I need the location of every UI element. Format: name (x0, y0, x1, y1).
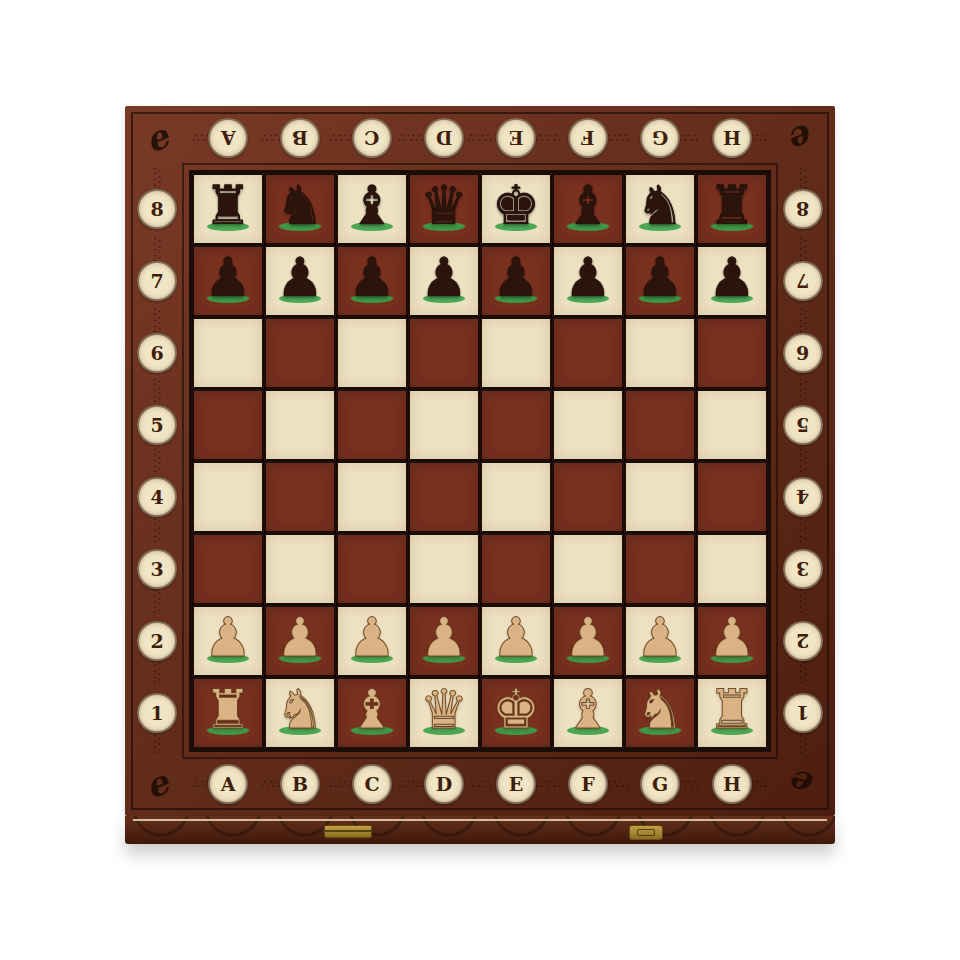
square-a7[interactable]: ♟ (192, 245, 264, 317)
square-a4[interactable] (192, 461, 264, 533)
square-g6[interactable] (624, 317, 696, 389)
file-label-g: G (624, 106, 696, 170)
rank-medallion: 7 (783, 261, 823, 301)
rank-label-7: 7 (771, 245, 835, 317)
file-medallion: C (352, 764, 392, 804)
rank-label-1: 1 (771, 677, 835, 749)
square-e8[interactable]: ♚ (480, 173, 552, 245)
square-a1[interactable]: ♜ (192, 677, 264, 749)
rank-medallion: 2 (137, 621, 177, 661)
square-c5[interactable] (336, 389, 408, 461)
file-labels-front: ∴∵∴∴∵∴∴∵∴∴∵∴∴∵∴∴∵∴∴∵∴∴∵∴∴∵∴ ABCDEFGH (192, 752, 768, 816)
white-pawn[interactable]: ♟ (564, 611, 612, 665)
square-e1[interactable]: ♚ (480, 677, 552, 749)
square-b6[interactable] (264, 317, 336, 389)
file-label-f: F (552, 752, 624, 816)
square-d5[interactable] (408, 389, 480, 461)
corner-ornament-icon: e (771, 106, 835, 170)
file-label-d: D (408, 752, 480, 816)
file-label-g: G (624, 752, 696, 816)
white-knight[interactable]: ♞ (276, 683, 324, 737)
square-a8[interactable]: ♜ (192, 173, 264, 245)
file-label-h: H (696, 106, 768, 170)
square-f2[interactable]: ♟ (552, 605, 624, 677)
rank-medallion: 3 (137, 549, 177, 589)
rank-medallion: 6 (137, 333, 177, 373)
square-a3[interactable] (192, 533, 264, 605)
black-pawn[interactable]: ♟ (708, 251, 756, 305)
square-d6[interactable] (408, 317, 480, 389)
board-grid: ♜♞♝♛♚♝♞♜♟♟♟♟♟♟♟♟♟♟♟♟♟♟♟♟♜♞♝♛♚♝♞♜ (189, 170, 771, 752)
file-labels-back: ∴∵∴∴∵∴∴∵∴∴∵∴∴∵∴∴∵∴∴∵∴∴∵∴∴∵∴ ABCDEFGH (192, 106, 768, 170)
brass-hinge-icon (324, 825, 372, 838)
rank-labels-left: ∴∵∴∴∵∴∴∵∴∴∵∴∴∵∴∴∵∴∴∵∴∴∵∴∴∵∴ 87654321 (125, 173, 189, 749)
black-pawn[interactable]: ♟ (276, 251, 324, 305)
square-h6[interactable] (696, 317, 768, 389)
square-h7[interactable]: ♟ (696, 245, 768, 317)
square-g3[interactable] (624, 533, 696, 605)
file-labels-front-cells: ABCDEFGH (192, 752, 768, 816)
square-g8[interactable]: ♞ (624, 173, 696, 245)
square-c2[interactable]: ♟ (336, 605, 408, 677)
square-e7[interactable]: ♟ (480, 245, 552, 317)
corner-ornament-icon: e (771, 752, 835, 816)
square-a2[interactable]: ♟ (192, 605, 264, 677)
white-pawn[interactable]: ♟ (708, 611, 756, 665)
file-medallion: D (424, 764, 464, 804)
white-king[interactable]: ♚ (492, 683, 540, 737)
file-medallion: F (568, 764, 608, 804)
rank-label-3: 3 (125, 533, 189, 605)
file-label-e: E (480, 752, 552, 816)
file-medallion: G (640, 118, 680, 158)
rank-medallion: 5 (783, 405, 823, 445)
square-h3[interactable] (696, 533, 768, 605)
white-rook[interactable]: ♜ (708, 683, 756, 737)
square-g2[interactable]: ♟ (624, 605, 696, 677)
rank-label-8: 8 (771, 173, 835, 245)
square-d1[interactable]: ♛ (408, 677, 480, 749)
black-knight[interactable]: ♞ (276, 179, 324, 233)
square-a6[interactable] (192, 317, 264, 389)
board-front-edge (125, 816, 835, 844)
black-queen[interactable]: ♛ (420, 179, 468, 233)
square-h5[interactable] (696, 389, 768, 461)
file-medallion: G (640, 764, 680, 804)
rank-medallion: 8 (783, 189, 823, 229)
white-pawn[interactable]: ♟ (348, 611, 396, 665)
file-medallion: H (712, 764, 752, 804)
edge-inlay-line (133, 819, 827, 821)
square-d3[interactable] (408, 533, 480, 605)
file-label-e: E (480, 106, 552, 170)
rank-labels-left-cells: 87654321 (125, 173, 189, 749)
square-b3[interactable] (264, 533, 336, 605)
square-e2[interactable]: ♟ (480, 605, 552, 677)
black-rook[interactable]: ♜ (708, 179, 756, 233)
rank-label-4: 4 (125, 461, 189, 533)
square-c1[interactable]: ♝ (336, 677, 408, 749)
file-labels-back-cells: ABCDEFGH (192, 106, 768, 170)
rank-medallion: 4 (137, 477, 177, 517)
file-medallion: F (568, 118, 608, 158)
square-e5[interactable] (480, 389, 552, 461)
file-medallion: C (352, 118, 392, 158)
file-medallion: A (208, 118, 248, 158)
rank-label-6: 6 (771, 317, 835, 389)
file-medallion: B (280, 118, 320, 158)
black-pawn[interactable]: ♟ (348, 251, 396, 305)
white-knight[interactable]: ♞ (636, 683, 684, 737)
rank-label-7: 7 (125, 245, 189, 317)
black-pawn[interactable]: ♟ (636, 251, 684, 305)
rank-label-2: 2 (771, 605, 835, 677)
rank-medallion: 6 (783, 333, 823, 373)
rank-label-1: 1 (125, 677, 189, 749)
rank-label-2: 2 (125, 605, 189, 677)
square-f7[interactable]: ♟ (552, 245, 624, 317)
file-label-d: D (408, 106, 480, 170)
file-medallion: D (424, 118, 464, 158)
square-g5[interactable] (624, 389, 696, 461)
file-medallion: E (496, 118, 536, 158)
square-d7[interactable]: ♟ (408, 245, 480, 317)
file-label-c: C (336, 106, 408, 170)
black-bishop[interactable]: ♝ (348, 179, 396, 233)
square-b2[interactable]: ♟ (264, 605, 336, 677)
rank-label-8: 8 (125, 173, 189, 245)
corner-ornament-icon: e (125, 752, 189, 816)
square-g1[interactable]: ♞ (624, 677, 696, 749)
square-b4[interactable] (264, 461, 336, 533)
rank-medallion: 3 (783, 549, 823, 589)
rank-label-3: 3 (771, 533, 835, 605)
square-c6[interactable] (336, 317, 408, 389)
square-d8[interactable]: ♛ (408, 173, 480, 245)
square-h2[interactable]: ♟ (696, 605, 768, 677)
square-c3[interactable] (336, 533, 408, 605)
square-h1[interactable]: ♜ (696, 677, 768, 749)
square-f3[interactable] (552, 533, 624, 605)
file-medallion: H (712, 118, 752, 158)
square-f5[interactable] (552, 389, 624, 461)
square-e6[interactable] (480, 317, 552, 389)
white-pawn[interactable]: ♟ (492, 611, 540, 665)
rank-labels-right: ∴∵∴∴∵∴∴∵∴∴∵∴∴∵∴∴∵∴∴∵∴∴∵∴∴∵∴ 87654321 (771, 173, 835, 749)
chess-board: ∴∵∴∴∵∴∴∵∴∴∵∴∴∵∴∴∵∴∴∵∴∴∵∴∴∵∴ ABCDEFGH ∴∵∴… (125, 106, 835, 816)
white-pawn[interactable]: ♟ (636, 611, 684, 665)
rank-medallion: 1 (783, 693, 823, 733)
square-c4[interactable] (336, 461, 408, 533)
file-label-a: A (192, 752, 264, 816)
white-pawn[interactable]: ♟ (204, 611, 252, 665)
square-h8[interactable]: ♜ (696, 173, 768, 245)
rank-medallion: 2 (783, 621, 823, 661)
square-f1[interactable]: ♝ (552, 677, 624, 749)
black-rook[interactable]: ♜ (204, 179, 252, 233)
corner-ornament-icon: e (125, 106, 189, 170)
black-pawn[interactable]: ♟ (204, 251, 252, 305)
square-f6[interactable] (552, 317, 624, 389)
rank-label-5: 5 (125, 389, 189, 461)
white-pawn[interactable]: ♟ (276, 611, 324, 665)
square-d2[interactable]: ♟ (408, 605, 480, 677)
file-medallion: E (496, 764, 536, 804)
brass-clasp-icon (629, 825, 663, 840)
rank-medallion: 5 (137, 405, 177, 445)
square-b7[interactable]: ♟ (264, 245, 336, 317)
white-queen[interactable]: ♛ (420, 683, 468, 737)
black-king[interactable]: ♚ (492, 179, 540, 233)
square-b1[interactable]: ♞ (264, 677, 336, 749)
rank-label-6: 6 (125, 317, 189, 389)
square-g7[interactable]: ♟ (624, 245, 696, 317)
rank-medallion: 7 (137, 261, 177, 301)
black-pawn[interactable]: ♟ (564, 251, 612, 305)
square-f4[interactable] (552, 461, 624, 533)
rank-label-5: 5 (771, 389, 835, 461)
square-c7[interactable]: ♟ (336, 245, 408, 317)
file-medallion: B (280, 764, 320, 804)
square-a5[interactable] (192, 389, 264, 461)
square-e4[interactable] (480, 461, 552, 533)
square-h4[interactable] (696, 461, 768, 533)
black-bishop[interactable]: ♝ (564, 179, 612, 233)
square-f8[interactable]: ♝ (552, 173, 624, 245)
file-label-b: B (264, 106, 336, 170)
square-e3[interactable] (480, 533, 552, 605)
square-b8[interactable]: ♞ (264, 173, 336, 245)
square-b5[interactable] (264, 389, 336, 461)
square-c8[interactable]: ♝ (336, 173, 408, 245)
file-label-b: B (264, 752, 336, 816)
file-medallion: A (208, 764, 248, 804)
file-label-h: H (696, 752, 768, 816)
black-pawn[interactable]: ♟ (420, 251, 468, 305)
file-label-c: C (336, 752, 408, 816)
square-d4[interactable] (408, 461, 480, 533)
white-bishop[interactable]: ♝ (564, 683, 612, 737)
file-label-a: A (192, 106, 264, 170)
white-bishop[interactable]: ♝ (348, 683, 396, 737)
file-label-f: F (552, 106, 624, 170)
white-rook[interactable]: ♜ (204, 683, 252, 737)
scene: ∴∵∴∴∵∴∴∵∴∴∵∴∴∵∴∴∵∴∴∵∴∴∵∴∴∵∴ ABCDEFGH ∴∵∴… (125, 106, 835, 844)
rank-label-4: 4 (771, 461, 835, 533)
rank-labels-right-cells: 87654321 (771, 173, 835, 749)
rank-medallion: 4 (783, 477, 823, 517)
black-knight[interactable]: ♞ (636, 179, 684, 233)
black-pawn[interactable]: ♟ (492, 251, 540, 305)
rank-medallion: 8 (137, 189, 177, 229)
rank-medallion: 1 (137, 693, 177, 733)
white-pawn[interactable]: ♟ (420, 611, 468, 665)
square-g4[interactable] (624, 461, 696, 533)
